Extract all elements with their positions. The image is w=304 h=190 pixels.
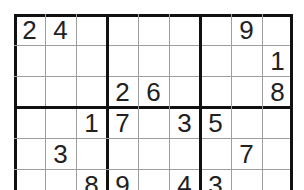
cell-r6c8[interactable] bbox=[231, 169, 262, 190]
cell-r4c2[interactable] bbox=[45, 107, 76, 138]
cell-r3c3[interactable] bbox=[76, 76, 107, 107]
cell-r2c7[interactable] bbox=[200, 45, 231, 76]
cell-r5c7[interactable] bbox=[200, 138, 231, 169]
cell-r6c5[interactable] bbox=[138, 169, 169, 190]
cell-r4c4[interactable]: 7 bbox=[107, 107, 138, 138]
cell-r1c2[interactable]: 4 bbox=[45, 14, 76, 45]
cell-r4c6[interactable]: 3 bbox=[169, 107, 200, 138]
cell-r5c5[interactable] bbox=[138, 138, 169, 169]
cell-r1c6[interactable] bbox=[169, 14, 200, 45]
cell-r2c6[interactable] bbox=[169, 45, 200, 76]
cell-r1c7[interactable] bbox=[200, 14, 231, 45]
cell-r2c1[interactable] bbox=[14, 45, 45, 76]
cell-r3c8[interactable] bbox=[231, 76, 262, 107]
cell-r4c1[interactable] bbox=[14, 107, 45, 138]
sudoku-screen: 24912681735378943 bbox=[0, 0, 304, 190]
cell-r5c2[interactable]: 3 bbox=[45, 138, 76, 169]
cell-r3c6[interactable] bbox=[169, 76, 200, 107]
cell-r1c8[interactable]: 9 bbox=[231, 14, 262, 45]
cell-r5c8[interactable]: 7 bbox=[231, 138, 262, 169]
cell-r3c2[interactable] bbox=[45, 76, 76, 107]
cell-r5c3[interactable] bbox=[76, 138, 107, 169]
cell-r4c7[interactable]: 5 bbox=[200, 107, 231, 138]
cell-r6c6[interactable]: 4 bbox=[169, 169, 200, 190]
cell-r6c3[interactable]: 8 bbox=[76, 169, 107, 190]
cell-r3c9[interactable]: 8 bbox=[262, 76, 293, 107]
cell-r2c8[interactable] bbox=[231, 45, 262, 76]
cell-r4c5[interactable] bbox=[138, 107, 169, 138]
cell-r1c1[interactable]: 2 bbox=[14, 14, 45, 45]
cell-r1c9[interactable] bbox=[262, 14, 293, 45]
cell-r2c5[interactable] bbox=[138, 45, 169, 76]
cell-r1c4[interactable] bbox=[107, 14, 138, 45]
cell-r5c6[interactable] bbox=[169, 138, 200, 169]
cell-r6c7[interactable]: 3 bbox=[200, 169, 231, 190]
cell-r1c5[interactable] bbox=[138, 14, 169, 45]
cell-r6c2[interactable] bbox=[45, 169, 76, 190]
cell-r5c9[interactable] bbox=[262, 138, 293, 169]
cell-r3c1[interactable] bbox=[14, 76, 45, 107]
cell-r2c3[interactable] bbox=[76, 45, 107, 76]
cell-r4c3[interactable]: 1 bbox=[76, 107, 107, 138]
cell-r2c4[interactable] bbox=[107, 45, 138, 76]
cell-r4c9[interactable] bbox=[262, 107, 293, 138]
cell-r6c1[interactable] bbox=[14, 169, 45, 190]
cell-r6c4[interactable]: 9 bbox=[107, 169, 138, 190]
cell-r3c4[interactable]: 2 bbox=[107, 76, 138, 107]
cell-r5c1[interactable] bbox=[14, 138, 45, 169]
cell-r5c4[interactable] bbox=[107, 138, 138, 169]
cell-r4c8[interactable] bbox=[231, 107, 262, 138]
cell-r1c3[interactable] bbox=[76, 14, 107, 45]
cell-r6c9[interactable] bbox=[262, 169, 293, 190]
cell-r2c2[interactable] bbox=[45, 45, 76, 76]
cell-r2c9[interactable]: 1 bbox=[262, 45, 293, 76]
sudoku-board: 24912681735378943 bbox=[14, 14, 293, 190]
cell-r3c7[interactable] bbox=[200, 76, 231, 107]
cell-r3c5[interactable]: 6 bbox=[138, 76, 169, 107]
